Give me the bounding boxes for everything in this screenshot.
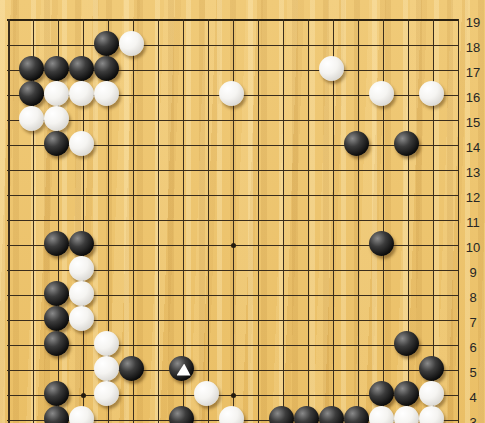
black-stone-Q4[interactable] bbox=[369, 381, 394, 406]
grid-vline-col-1 bbox=[8, 19, 10, 423]
black-stone-S5[interactable] bbox=[419, 356, 444, 381]
white-stone-D3[interactable] bbox=[69, 406, 94, 423]
row-label-15: 15 bbox=[466, 115, 480, 130]
go-board-screenshot: 191817161514131211109876543 bbox=[0, 0, 485, 423]
grid-vline-col-10 bbox=[233, 19, 234, 423]
white-stone-K3[interactable] bbox=[219, 406, 244, 423]
row-label-13: 13 bbox=[466, 165, 480, 180]
black-stone-R14[interactable] bbox=[394, 131, 419, 156]
black-stone-C10[interactable] bbox=[44, 231, 69, 256]
black-stone-P3[interactable] bbox=[344, 406, 369, 423]
last-move-triangle-marker bbox=[177, 364, 191, 376]
white-stone-D9[interactable] bbox=[69, 256, 94, 281]
black-stone-M3[interactable] bbox=[269, 406, 294, 423]
grid-vline-col-9 bbox=[208, 19, 209, 423]
row-label-8: 8 bbox=[469, 290, 476, 305]
black-stone-R4[interactable] bbox=[394, 381, 419, 406]
row-label-11: 11 bbox=[466, 215, 480, 230]
white-stone-E6[interactable] bbox=[94, 331, 119, 356]
grid-vline-col-15 bbox=[358, 19, 359, 423]
white-stone-C15[interactable] bbox=[44, 106, 69, 131]
white-stone-C16[interactable] bbox=[44, 81, 69, 106]
row-label-10: 10 bbox=[466, 240, 480, 255]
black-stone-C8[interactable] bbox=[44, 281, 69, 306]
grid-vline-col-11 bbox=[258, 19, 259, 423]
row-label-17: 17 bbox=[466, 65, 480, 80]
black-stone-E17[interactable] bbox=[94, 56, 119, 81]
white-stone-E4[interactable] bbox=[94, 381, 119, 406]
white-stone-D16[interactable] bbox=[69, 81, 94, 106]
row-label-12: 12 bbox=[466, 190, 480, 205]
black-stone-R6[interactable] bbox=[394, 331, 419, 356]
white-stone-S4[interactable] bbox=[419, 381, 444, 406]
row-label-14: 14 bbox=[466, 140, 480, 155]
black-stone-C14[interactable] bbox=[44, 131, 69, 156]
grid-vline-col-19 bbox=[458, 19, 459, 423]
white-stone-B15[interactable] bbox=[19, 106, 44, 131]
row-label-6: 6 bbox=[469, 340, 476, 355]
white-stone-K16[interactable] bbox=[219, 81, 244, 106]
black-stone-Q10[interactable] bbox=[369, 231, 394, 256]
black-stone-P14[interactable] bbox=[344, 131, 369, 156]
white-stone-F18[interactable] bbox=[119, 31, 144, 56]
star-point-4-4 bbox=[81, 393, 86, 398]
white-stone-O17[interactable] bbox=[319, 56, 344, 81]
row-label-4: 4 bbox=[469, 390, 476, 405]
grid-vline-col-16 bbox=[383, 19, 384, 423]
grid-vline-col-12 bbox=[283, 19, 284, 423]
white-stone-D14[interactable] bbox=[69, 131, 94, 156]
white-stone-Q3[interactable] bbox=[369, 406, 394, 423]
black-stone-F5[interactable] bbox=[119, 356, 144, 381]
black-stone-C3[interactable] bbox=[44, 406, 69, 423]
star-point-10-10 bbox=[231, 243, 236, 248]
row-label-18: 18 bbox=[466, 40, 480, 55]
black-stone-E18[interactable] bbox=[94, 31, 119, 56]
white-stone-E16[interactable] bbox=[94, 81, 119, 106]
black-stone-N3[interactable] bbox=[294, 406, 319, 423]
black-stone-C17[interactable] bbox=[44, 56, 69, 81]
black-stone-B16[interactable] bbox=[19, 81, 44, 106]
white-stone-S3[interactable] bbox=[419, 406, 444, 423]
black-stone-C7[interactable] bbox=[44, 306, 69, 331]
black-stone-O3[interactable] bbox=[319, 406, 344, 423]
white-stone-R3[interactable] bbox=[394, 406, 419, 423]
row-label-9: 9 bbox=[469, 265, 476, 280]
black-stone-H5[interactable] bbox=[169, 356, 194, 381]
white-stone-D7[interactable] bbox=[69, 306, 94, 331]
row-label-5: 5 bbox=[469, 365, 476, 380]
grid-vline-col-17 bbox=[408, 19, 409, 423]
white-stone-S16[interactable] bbox=[419, 81, 444, 106]
grid-vline-col-7 bbox=[158, 19, 159, 423]
black-stone-D17[interactable] bbox=[69, 56, 94, 81]
star-point-10-4 bbox=[231, 393, 236, 398]
black-stone-C4[interactable] bbox=[44, 381, 69, 406]
black-stone-H3[interactable] bbox=[169, 406, 194, 423]
row-label-7: 7 bbox=[469, 315, 476, 330]
row-label-19: 19 bbox=[466, 15, 480, 30]
black-stone-B17[interactable] bbox=[19, 56, 44, 81]
row-label-16: 16 bbox=[466, 90, 480, 105]
grid-vline-col-13 bbox=[308, 19, 309, 423]
white-stone-Q16[interactable] bbox=[369, 81, 394, 106]
white-stone-J4[interactable] bbox=[194, 381, 219, 406]
row-label-3: 3 bbox=[469, 415, 476, 423]
white-stone-E5[interactable] bbox=[94, 356, 119, 381]
black-stone-D10[interactable] bbox=[69, 231, 94, 256]
white-stone-D8[interactable] bbox=[69, 281, 94, 306]
black-stone-C6[interactable] bbox=[44, 331, 69, 356]
